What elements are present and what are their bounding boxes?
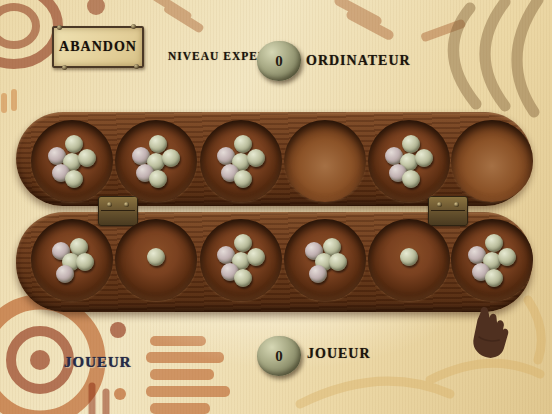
pit-top-6 — [451, 120, 533, 202]
seed — [234, 170, 252, 188]
seed — [147, 248, 165, 266]
pit-bottom-6[interactable] — [451, 219, 533, 301]
player-score: 0 — [275, 348, 283, 365]
pit-top-4 — [284, 120, 366, 202]
abandon-label: ABANDON — [59, 39, 137, 55]
pit-bottom-5[interactable] — [368, 219, 450, 301]
seed — [247, 149, 265, 167]
seed — [78, 149, 96, 167]
computer-label: ORDINATEUR — [306, 53, 411, 69]
player-label: JOUEUR — [307, 346, 371, 362]
seed — [65, 170, 83, 188]
seed — [309, 265, 327, 283]
pit-bottom-1[interactable] — [31, 219, 113, 301]
seed — [415, 149, 433, 167]
computer-score: 0 — [275, 53, 283, 70]
seed — [149, 170, 167, 188]
seed — [329, 253, 347, 271]
pit-top-5 — [368, 120, 450, 202]
computer-score-seed-icon: 0 — [257, 41, 301, 81]
hinge-icon — [428, 196, 468, 226]
seed — [400, 248, 418, 266]
nail-icon — [62, 65, 67, 70]
pit-bottom-2[interactable] — [115, 219, 197, 301]
oware-board — [16, 110, 532, 312]
seed — [234, 269, 252, 287]
seed — [56, 265, 74, 283]
player-corner-label: JOUEUR — [64, 354, 132, 371]
player-score-seed-icon: 0 — [257, 336, 301, 376]
nail-icon — [131, 24, 136, 29]
seed — [498, 248, 516, 266]
nail-icon — [134, 64, 139, 69]
awale-game-screen: { "game": "oware-awale-mancala", "positi… — [0, 0, 552, 414]
seed — [162, 149, 180, 167]
abandon-button[interactable]: ABANDON — [52, 26, 144, 68]
seed — [247, 248, 265, 266]
pit-bottom-3[interactable] — [200, 219, 282, 301]
pit-top-2 — [115, 120, 197, 202]
nail-icon — [57, 25, 62, 30]
seed — [76, 253, 94, 271]
seed — [485, 269, 503, 287]
hand-turn-indicator-icon — [463, 305, 511, 360]
seed — [402, 170, 420, 188]
pit-top-3 — [200, 120, 282, 202]
pit-top-1 — [31, 120, 113, 202]
pit-bottom-4[interactable] — [284, 219, 366, 301]
hinge-icon — [98, 196, 138, 226]
